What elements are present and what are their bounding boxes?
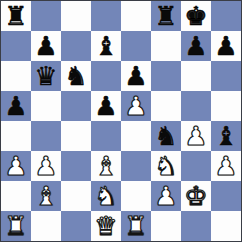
piece-white-king[interactable]: ♚ xyxy=(184,181,207,211)
square-e6[interactable]: ♟ xyxy=(121,61,151,91)
square-b1[interactable] xyxy=(31,211,61,241)
square-c2[interactable] xyxy=(61,181,91,211)
square-f5[interactable] xyxy=(151,91,181,121)
square-d4[interactable] xyxy=(91,121,121,151)
square-d1[interactable]: ♛ xyxy=(91,211,121,241)
piece-black-pawn[interactable]: ♟ xyxy=(184,31,207,61)
square-h5[interactable] xyxy=(211,91,241,121)
square-d6[interactable] xyxy=(91,61,121,91)
square-b6[interactable]: ♛ xyxy=(31,61,61,91)
square-e2[interactable] xyxy=(121,181,151,211)
square-g6[interactable] xyxy=(181,61,211,91)
square-e4[interactable] xyxy=(121,121,151,151)
square-e5[interactable]: ♟ xyxy=(121,91,151,121)
square-a3[interactable]: ♟ xyxy=(1,151,31,181)
piece-white-pawn[interactable]: ♟ xyxy=(34,151,57,181)
square-f8[interactable]: ♜ xyxy=(151,1,181,31)
square-b2[interactable]: ♝ xyxy=(31,181,61,211)
square-b5[interactable] xyxy=(31,91,61,121)
square-g7[interactable]: ♟ xyxy=(181,31,211,61)
square-c3[interactable] xyxy=(61,151,91,181)
piece-black-bishop[interactable]: ♝ xyxy=(94,31,117,61)
square-f7[interactable] xyxy=(151,31,181,61)
piece-white-pawn[interactable]: ♟ xyxy=(4,151,27,181)
piece-white-bishop[interactable]: ♝ xyxy=(94,151,117,181)
square-f3[interactable]: ♞ xyxy=(151,151,181,181)
square-a1[interactable]: ♜ xyxy=(1,211,31,241)
square-c4[interactable] xyxy=(61,121,91,151)
square-h3[interactable]: ♟ xyxy=(211,151,241,181)
square-g3[interactable] xyxy=(181,151,211,181)
piece-black-rook[interactable]: ♜ xyxy=(154,1,177,31)
piece-white-bishop[interactable]: ♝ xyxy=(34,181,57,211)
piece-black-pawn[interactable]: ♟ xyxy=(94,91,117,121)
piece-white-queen[interactable]: ♛ xyxy=(94,211,117,241)
square-f1[interactable] xyxy=(151,211,181,241)
square-h7[interactable]: ♟ xyxy=(211,31,241,61)
square-g8[interactable]: ♚ xyxy=(181,1,211,31)
piece-white-rook[interactable]: ♜ xyxy=(124,211,147,241)
piece-black-bishop[interactable]: ♝ xyxy=(214,121,237,151)
square-h2[interactable] xyxy=(211,181,241,211)
square-c1[interactable] xyxy=(61,211,91,241)
square-a4[interactable] xyxy=(1,121,31,151)
square-b4[interactable] xyxy=(31,121,61,151)
square-g1[interactable] xyxy=(181,211,211,241)
square-f4[interactable]: ♞ xyxy=(151,121,181,151)
piece-black-pawn[interactable]: ♟ xyxy=(34,31,57,61)
square-e8[interactable] xyxy=(121,1,151,31)
piece-white-pawn[interactable]: ♟ xyxy=(214,151,237,181)
square-d7[interactable]: ♝ xyxy=(91,31,121,61)
square-c7[interactable] xyxy=(61,31,91,61)
square-a2[interactable] xyxy=(1,181,31,211)
square-g4[interactable]: ♟ xyxy=(181,121,211,151)
square-f2[interactable]: ♟ xyxy=(151,181,181,211)
piece-black-knight[interactable]: ♞ xyxy=(64,61,87,91)
square-d2[interactable]: ♞ xyxy=(91,181,121,211)
square-c8[interactable] xyxy=(61,1,91,31)
square-d5[interactable]: ♟ xyxy=(91,91,121,121)
square-b8[interactable] xyxy=(31,1,61,31)
piece-white-pawn[interactable]: ♟ xyxy=(184,121,207,151)
square-b3[interactable]: ♟ xyxy=(31,151,61,181)
square-e7[interactable] xyxy=(121,31,151,61)
chess-board: ♜♜♚♟♝♟♟♛♞♟♟♟♟♞♟♝♟♟♝♞♟♝♞♟♚♜♛♜ xyxy=(0,0,242,242)
square-h8[interactable] xyxy=(211,1,241,31)
piece-black-pawn[interactable]: ♟ xyxy=(124,61,147,91)
piece-white-rook[interactable]: ♜ xyxy=(4,211,27,241)
square-h4[interactable]: ♝ xyxy=(211,121,241,151)
square-g5[interactable] xyxy=(181,91,211,121)
square-d3[interactable]: ♝ xyxy=(91,151,121,181)
square-a5[interactable]: ♟ xyxy=(1,91,31,121)
square-e3[interactable] xyxy=(121,151,151,181)
piece-black-pawn[interactable]: ♟ xyxy=(4,91,27,121)
square-g2[interactable]: ♚ xyxy=(181,181,211,211)
square-a8[interactable]: ♜ xyxy=(1,1,31,31)
square-h6[interactable] xyxy=(211,61,241,91)
piece-white-knight[interactable]: ♞ xyxy=(154,151,177,181)
piece-white-pawn[interactable]: ♟ xyxy=(154,181,177,211)
piece-white-knight[interactable]: ♞ xyxy=(94,181,117,211)
piece-black-rook[interactable]: ♜ xyxy=(4,1,27,31)
square-a7[interactable] xyxy=(1,31,31,61)
square-a6[interactable] xyxy=(1,61,31,91)
square-d8[interactable] xyxy=(91,1,121,31)
square-c6[interactable]: ♞ xyxy=(61,61,91,91)
piece-black-knight[interactable]: ♞ xyxy=(154,121,177,151)
square-b7[interactable]: ♟ xyxy=(31,31,61,61)
piece-black-pawn[interactable]: ♟ xyxy=(214,31,237,61)
piece-black-queen[interactable]: ♛ xyxy=(34,61,57,91)
piece-black-king[interactable]: ♚ xyxy=(184,1,207,31)
square-e1[interactable]: ♜ xyxy=(121,211,151,241)
square-h1[interactable] xyxy=(211,211,241,241)
square-f6[interactable] xyxy=(151,61,181,91)
square-c5[interactable] xyxy=(61,91,91,121)
piece-white-pawn[interactable]: ♟ xyxy=(124,91,147,121)
